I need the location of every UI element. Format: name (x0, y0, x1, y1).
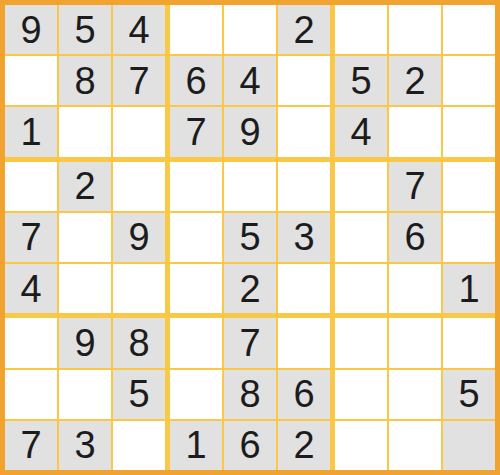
cell-r7c7[interactable] (335, 318, 387, 367)
cell-r4c5[interactable] (224, 162, 276, 211)
cell-r5c6[interactable]: 3 (278, 213, 330, 262)
cell-r2c2[interactable]: 8 (59, 56, 111, 105)
cell-r6c8[interactable] (389, 264, 441, 313)
box-7: 98573 (5, 318, 165, 470)
cell-r5c3[interactable]: 9 (113, 213, 165, 262)
cell-r1c2[interactable]: 5 (59, 5, 111, 54)
cell-r1c4[interactable] (170, 5, 222, 54)
cell-r2c3[interactable]: 7 (113, 56, 165, 105)
cell-r2c8[interactable]: 2 (389, 56, 441, 105)
cell-r4c2[interactable]: 2 (59, 162, 111, 211)
cell-r9c3[interactable] (113, 421, 165, 470)
cell-r7c2[interactable]: 9 (59, 318, 111, 367)
box-6: 761 (335, 162, 495, 314)
cell-r4c8[interactable]: 7 (389, 162, 441, 211)
cell-r7c3[interactable]: 8 (113, 318, 165, 367)
cell-r6c5[interactable]: 2 (224, 264, 276, 313)
cell-r3c5[interactable]: 9 (224, 107, 276, 156)
cell-r3c8[interactable] (389, 107, 441, 156)
cell-r6c2[interactable] (59, 264, 111, 313)
cell-r7c5[interactable]: 7 (224, 318, 276, 367)
cell-r4c9[interactable] (443, 162, 495, 211)
cell-r5c7[interactable] (335, 213, 387, 262)
cell-r8c1[interactable] (5, 370, 57, 419)
cell-r4c7[interactable] (335, 162, 387, 211)
cell-r1c9[interactable] (443, 5, 495, 54)
cell-r4c3[interactable] (113, 162, 165, 211)
cell-r6c7[interactable] (335, 264, 387, 313)
cell-r5c4[interactable] (170, 213, 222, 262)
cell-r9c5[interactable]: 6 (224, 421, 276, 470)
cell-r1c6[interactable]: 2 (278, 5, 330, 54)
cell-r5c1[interactable]: 7 (5, 213, 57, 262)
box-8: 786162 (170, 318, 330, 470)
box-9: 5 (335, 318, 495, 470)
cell-r3c1[interactable]: 1 (5, 107, 57, 156)
cell-r8c2[interactable] (59, 370, 111, 419)
cell-r8c7[interactable] (335, 370, 387, 419)
cell-r9c6[interactable]: 2 (278, 421, 330, 470)
cell-r9c4[interactable]: 1 (170, 421, 222, 470)
box-5: 532 (170, 162, 330, 314)
cell-r5c5[interactable]: 5 (224, 213, 276, 262)
cell-r9c9[interactable] (443, 421, 495, 470)
cell-r1c3[interactable]: 4 (113, 5, 165, 54)
cell-r1c7[interactable] (335, 5, 387, 54)
cell-r3c6[interactable] (278, 107, 330, 156)
cell-r9c1[interactable]: 7 (5, 421, 57, 470)
cell-r7c1[interactable] (5, 318, 57, 367)
cell-r1c8[interactable] (389, 5, 441, 54)
cell-r9c8[interactable] (389, 421, 441, 470)
cell-r7c9[interactable] (443, 318, 495, 367)
cell-r3c4[interactable]: 7 (170, 107, 222, 156)
cell-r7c4[interactable] (170, 318, 222, 367)
cell-r9c7[interactable] (335, 421, 387, 470)
cell-r9c2[interactable]: 3 (59, 421, 111, 470)
cell-r6c4[interactable] (170, 264, 222, 313)
cell-r4c4[interactable] (170, 162, 222, 211)
cell-r5c8[interactable]: 6 (389, 213, 441, 262)
cell-r3c9[interactable] (443, 107, 495, 156)
cell-r3c2[interactable] (59, 107, 111, 156)
cell-r8c8[interactable] (389, 370, 441, 419)
sudoku-board: 954871264795242794532761985737861625 (0, 0, 500, 475)
cell-r8c5[interactable]: 8 (224, 370, 276, 419)
box-2: 26479 (170, 5, 330, 157)
cell-r8c6[interactable]: 6 (278, 370, 330, 419)
cell-r2c4[interactable]: 6 (170, 56, 222, 105)
cell-r3c3[interactable] (113, 107, 165, 156)
cell-r8c9[interactable]: 5 (443, 370, 495, 419)
cell-r1c5[interactable] (224, 5, 276, 54)
cell-r5c9[interactable] (443, 213, 495, 262)
cell-r6c6[interactable] (278, 264, 330, 313)
cell-r8c3[interactable]: 5 (113, 370, 165, 419)
cell-r4c1[interactable] (5, 162, 57, 211)
cell-r2c7[interactable]: 5 (335, 56, 387, 105)
box-4: 2794 (5, 162, 165, 314)
cell-r7c8[interactable] (389, 318, 441, 367)
box-3: 524 (335, 5, 495, 157)
cell-r6c1[interactable]: 4 (5, 264, 57, 313)
cell-r8c4[interactable] (170, 370, 222, 419)
cell-r3c7[interactable]: 4 (335, 107, 387, 156)
cell-r2c1[interactable] (5, 56, 57, 105)
cell-r1c1[interactable]: 9 (5, 5, 57, 54)
cell-r6c3[interactable] (113, 264, 165, 313)
cell-r2c9[interactable] (443, 56, 495, 105)
cell-r4c6[interactable] (278, 162, 330, 211)
cell-r2c6[interactable] (278, 56, 330, 105)
box-1: 954871 (5, 5, 165, 157)
cell-r2c5[interactable]: 4 (224, 56, 276, 105)
cell-r7c6[interactable] (278, 318, 330, 367)
cell-r5c2[interactable] (59, 213, 111, 262)
cell-r6c9[interactable]: 1 (443, 264, 495, 313)
